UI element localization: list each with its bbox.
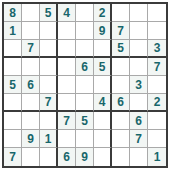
cell-r4c9: 7 — [148, 58, 166, 76]
cell-r4c3[interactable] — [40, 58, 58, 76]
cell-r7c8: 6 — [130, 112, 148, 130]
cell-r6c6: 4 — [94, 94, 112, 112]
cell-r1c4: 4 — [58, 4, 76, 22]
cell-r8c1[interactable] — [4, 130, 22, 148]
cell-r2c5[interactable] — [76, 22, 94, 40]
cell-r2c2[interactable] — [22, 22, 40, 40]
cell-r8c2: 9 — [22, 130, 40, 148]
cell-r8c6[interactable] — [94, 130, 112, 148]
cell-r9c7[interactable] — [112, 148, 130, 166]
cell-r3c5[interactable] — [76, 40, 94, 58]
cell-r9c5: 9 — [76, 148, 94, 166]
cell-r8c7[interactable] — [112, 130, 130, 148]
cell-r4c4[interactable] — [58, 58, 76, 76]
cell-r9c3[interactable] — [40, 148, 58, 166]
cell-r8c4[interactable] — [58, 130, 76, 148]
cell-r6c3: 7 — [40, 94, 58, 112]
cell-r1c1: 8 — [4, 4, 22, 22]
cell-r1c5[interactable] — [76, 4, 94, 22]
cell-r4c6: 5 — [94, 58, 112, 76]
cell-r4c7[interactable] — [112, 58, 130, 76]
cell-r4c8[interactable] — [130, 58, 148, 76]
cell-r6c4[interactable] — [58, 94, 76, 112]
cell-r5c2: 6 — [22, 76, 40, 94]
cell-r5c9[interactable] — [148, 76, 166, 94]
cell-r1c9[interactable] — [148, 4, 166, 22]
cell-r5c8: 3 — [130, 76, 148, 94]
cell-r7c7[interactable] — [112, 112, 130, 130]
sudoku-page: 854219775365756374627569177691 — [0, 0, 170, 170]
cell-r7c3[interactable] — [40, 112, 58, 130]
cell-r2c7: 7 — [112, 22, 130, 40]
cell-r5c1: 5 — [4, 76, 22, 94]
cell-r4c5: 6 — [76, 58, 94, 76]
cell-r9c2[interactable] — [22, 148, 40, 166]
cell-r2c3[interactable] — [40, 22, 58, 40]
cell-r9c6[interactable] — [94, 148, 112, 166]
cell-r1c8[interactable] — [130, 4, 148, 22]
cell-r7c2[interactable] — [22, 112, 40, 130]
cell-r2c8[interactable] — [130, 22, 148, 40]
cell-r4c1[interactable] — [4, 58, 22, 76]
cell-r2c9[interactable] — [148, 22, 166, 40]
cell-r3c2: 7 — [22, 40, 40, 58]
cell-r2c6: 9 — [94, 22, 112, 40]
cell-r9c1: 7 — [4, 148, 22, 166]
cell-r5c5[interactable] — [76, 76, 94, 94]
cell-r5c4[interactable] — [58, 76, 76, 94]
cell-r3c7: 5 — [112, 40, 130, 58]
cell-r7c6[interactable] — [94, 112, 112, 130]
cell-r7c5: 5 — [76, 112, 94, 130]
cell-r3c8[interactable] — [130, 40, 148, 58]
cell-r7c1[interactable] — [4, 112, 22, 130]
cell-r4c2[interactable] — [22, 58, 40, 76]
cell-r9c9: 1 — [148, 148, 166, 166]
cell-r9c8[interactable] — [130, 148, 148, 166]
sudoku-board: 854219775365756374627569177691 — [2, 2, 168, 168]
cell-r6c2[interactable] — [22, 94, 40, 112]
cell-r8c9[interactable] — [148, 130, 166, 148]
cell-r8c3: 1 — [40, 130, 58, 148]
cell-r8c8: 7 — [130, 130, 148, 148]
cell-r6c8[interactable] — [130, 94, 148, 112]
cell-r7c4: 7 — [58, 112, 76, 130]
cell-r8c5[interactable] — [76, 130, 94, 148]
cell-r1c2[interactable] — [22, 4, 40, 22]
cell-r2c1: 1 — [4, 22, 22, 40]
cell-r1c7[interactable] — [112, 4, 130, 22]
cell-r6c7: 6 — [112, 94, 130, 112]
cell-r7c9[interactable] — [148, 112, 166, 130]
cell-r1c3: 5 — [40, 4, 58, 22]
cell-r3c6[interactable] — [94, 40, 112, 58]
cell-r5c3[interactable] — [40, 76, 58, 94]
cell-r6c9: 2 — [148, 94, 166, 112]
cell-r2c4[interactable] — [58, 22, 76, 40]
cell-r3c4[interactable] — [58, 40, 76, 58]
cell-r1c6: 2 — [94, 4, 112, 22]
cell-r3c1[interactable] — [4, 40, 22, 58]
cell-r5c7[interactable] — [112, 76, 130, 94]
cell-r5c6[interactable] — [94, 76, 112, 94]
cell-r3c3[interactable] — [40, 40, 58, 58]
cell-r3c9: 3 — [148, 40, 166, 58]
cell-r9c4: 6 — [58, 148, 76, 166]
cell-r6c5[interactable] — [76, 94, 94, 112]
cell-r6c1[interactable] — [4, 94, 22, 112]
